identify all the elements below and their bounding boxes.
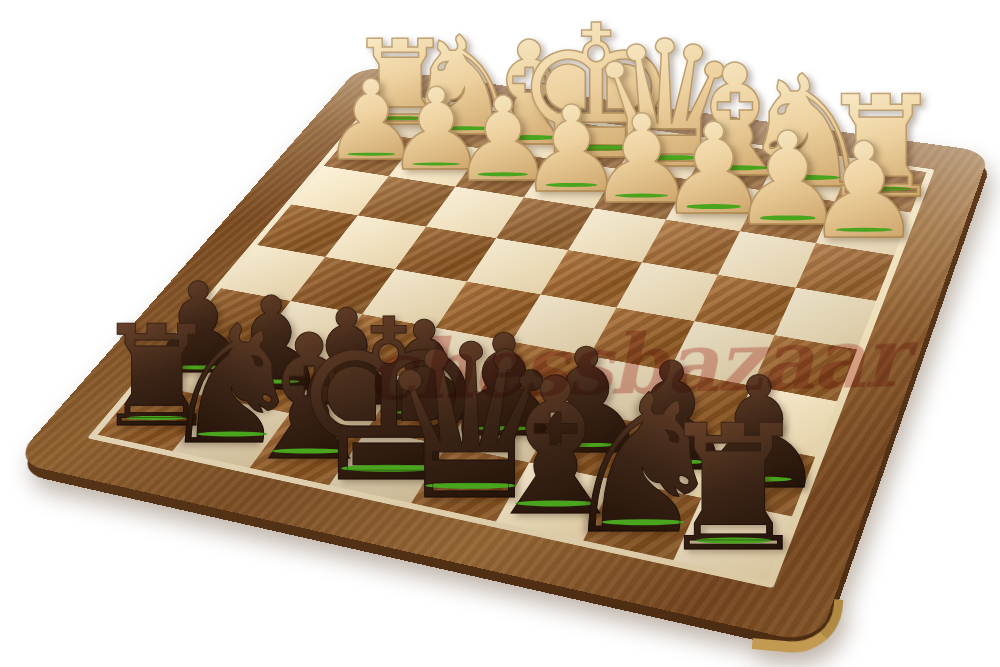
chess-set-photo: ♜♞♝♚♛♝♞♜♟♟♟♟♟♟♟♟♟♟♟♟♟♟♟♟♜♞♝♚♛♝♞♜ chessba… (0, 0, 1000, 667)
board-grid (98, 95, 927, 580)
chess-board-wrap (0, 0, 1000, 667)
chess-board (12, 66, 990, 645)
